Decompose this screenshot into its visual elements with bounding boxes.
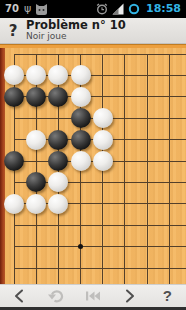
grid-line-horizontal [14,54,186,55]
chevron-right-icon [123,288,137,304]
question-mark-icon: ? [163,285,172,307]
data-circle-icon [128,3,140,15]
white-stone [71,87,91,107]
skip-to-start-button[interactable] [81,285,105,307]
skip-to-start-icon [84,289,101,303]
chevron-left-icon [12,288,26,304]
grid-line-horizontal [14,246,186,247]
white-stone [4,194,24,214]
alarm-icon [96,3,108,15]
status-time: 18:58 [146,0,181,18]
grid-line-vertical [147,54,148,284]
white-stone [26,65,46,85]
signal-strength-icon [112,3,124,15]
black-stone [48,151,68,171]
grid-line-horizontal [14,268,186,269]
white-stone [71,151,91,171]
usb-icon: ψ [24,0,31,18]
header-bar: ? Problème n° 10 Noir joue [0,18,186,44]
next-problem-button[interactable] [118,285,142,307]
white-stone [26,130,46,150]
board-left-edge [0,48,5,284]
undo-button[interactable] [44,285,68,307]
white-stone [48,194,68,214]
turn-indicator: Noir joue [26,32,126,41]
white-stone [93,130,113,150]
prev-problem-button[interactable] [7,285,31,307]
white-stone [93,151,113,171]
bottom-toolbar: ? [0,284,186,307]
cat-icon [35,4,48,15]
help-button[interactable]: ? [155,285,179,307]
undo-arrow-icon [47,288,65,304]
white-stone [48,172,68,192]
black-stone [4,87,24,107]
white-stone [4,65,24,85]
help-icon[interactable]: ? [0,22,26,40]
go-board[interactable] [0,48,186,284]
white-stone [26,194,46,214]
status-bar: 70 ψ 18:58 [0,0,186,18]
white-stone [48,65,68,85]
star-point [78,244,83,249]
black-stone [71,108,91,128]
black-stone [48,130,68,150]
grid-line-vertical [169,54,170,284]
black-stone [26,87,46,107]
black-stone [26,172,46,192]
problem-title: Problème n° 10 [26,19,126,31]
grid-line-vertical [124,54,125,284]
header-titles: Problème n° 10 Noir joue [26,19,126,42]
white-stone [93,108,113,128]
black-stone [71,130,91,150]
battery-level-text: 70 [5,0,19,18]
grid-line-horizontal [14,225,186,226]
black-stone [48,87,68,107]
black-stone [4,151,24,171]
app-screen: 70 ψ 18:58 ? Problème n° 10 Noir [0,0,186,310]
white-stone [71,65,91,85]
